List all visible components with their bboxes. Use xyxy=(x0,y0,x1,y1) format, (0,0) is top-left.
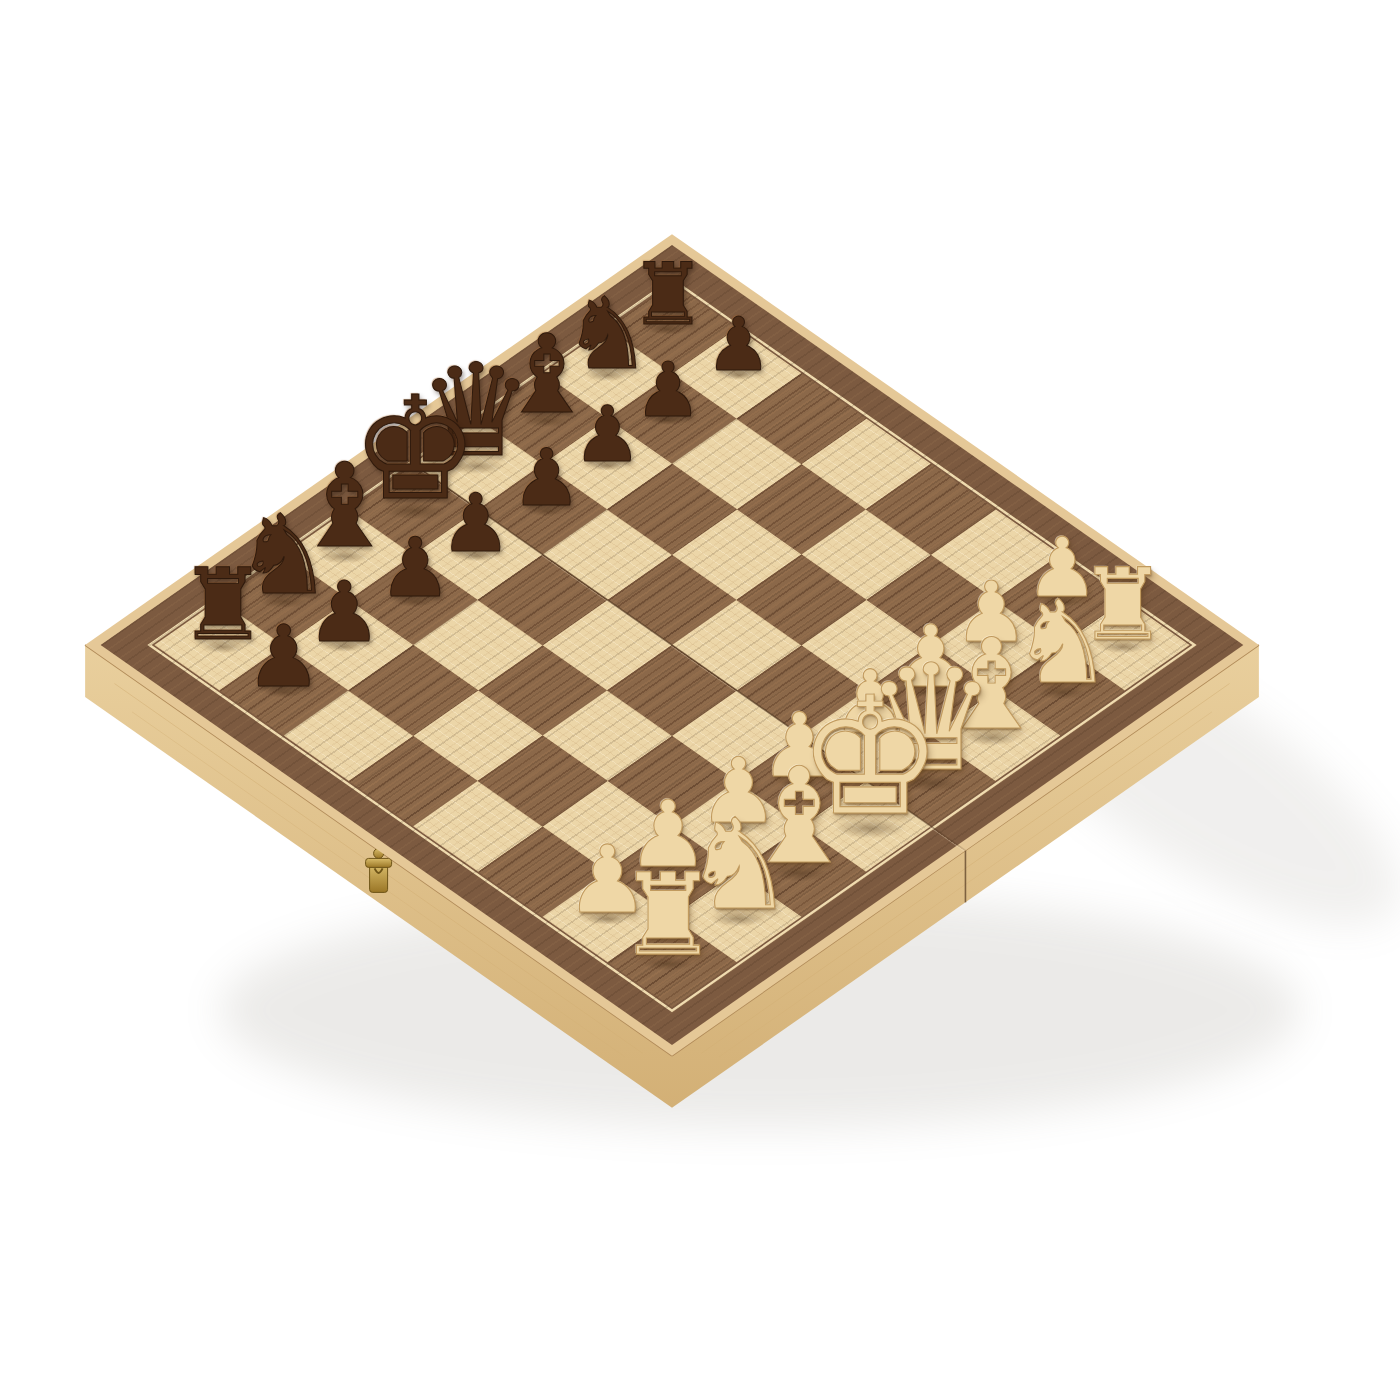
product-photo-scene: ♜♞♝♚♛♝♞♜♟♟♟♟♟♟♟♟♟♟♟♟♟♟♟♟♜♞♝♚♛♝♞♜ xyxy=(0,0,1400,1400)
